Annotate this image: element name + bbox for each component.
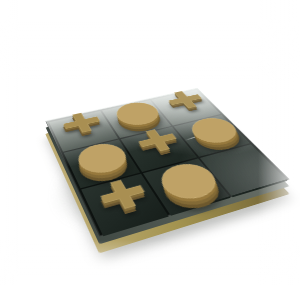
piece-x-back-right: ✚ <box>159 86 213 115</box>
piece-o-back-center: ● <box>105 94 168 130</box>
cell-back-center: ● <box>102 100 171 138</box>
product-photo: ✚ ● ✚ ● ✚ ● ✚ ● <box>0 0 300 285</box>
scene: ✚ ● ✚ ● ✚ ● ✚ ● <box>0 0 300 285</box>
cell-back-right: ✚ <box>152 90 221 125</box>
piece-o-middle-right: ● <box>177 109 248 149</box>
marble-vein <box>114 110 153 121</box>
piece-x-back-left: ✚ <box>56 107 109 140</box>
